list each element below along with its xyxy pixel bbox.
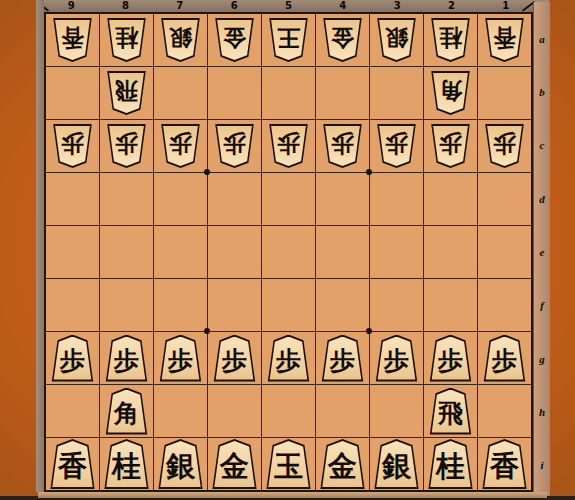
square-9f[interactable] [46,279,99,331]
piece-body: 歩 [431,337,471,380]
square-3i[interactable]: 銀 [370,438,423,490]
piece-body: 桂 [105,441,148,487]
piece-pawn-gote[interactable]: 歩 [106,124,147,168]
file-label-9: 9 [68,1,75,11]
square-4e[interactable] [316,226,369,278]
piece-body: 金 [321,441,364,487]
piece-body: 香 [486,20,523,60]
piece-body: 飛 [108,73,145,113]
piece-pawn-gote[interactable]: 歩 [214,124,255,168]
rank-label-a: a [539,33,545,45]
square-3c[interactable]: 歩 [370,120,423,172]
piece-rook-gote[interactable]: 飛 [106,71,147,115]
square-1d[interactable] [478,173,531,225]
piece-rook-sente[interactable]: 飛 [429,388,473,435]
piece-gold-sente[interactable]: 金 [319,439,366,489]
piece-silver-gote[interactable]: 銀 [160,18,201,62]
piece-lance-gote[interactable]: 香 [52,18,93,62]
piece-pawn-gote[interactable]: 歩 [430,124,471,168]
square-8g[interactable]: 歩 [100,332,153,384]
square-5c[interactable]: 歩 [262,120,315,172]
square-7b[interactable] [154,67,207,119]
file-label-8: 8 [122,1,129,11]
square-2c[interactable]: 歩 [424,120,477,172]
square-1h[interactable] [478,385,531,437]
piece-kanji: 歩 [114,348,139,373]
square-7a[interactable]: 銀 [154,14,207,66]
piece-body: 歩 [323,337,363,380]
piece-kanji: 桂 [115,26,138,49]
piece-pawn-sente[interactable]: 歩 [429,335,473,382]
piece-kanji: 歩 [438,348,463,373]
piece-kanji: 香 [61,26,84,49]
square-9g[interactable]: 歩 [46,332,99,384]
rank-label-g: g [539,353,545,365]
square-4h[interactable] [316,385,369,437]
piece-gold-sente[interactable]: 金 [211,439,258,489]
piece-kanji: 歩 [61,132,84,155]
square-6e[interactable] [208,226,261,278]
square-5a[interactable]: 王 [262,14,315,66]
piece-bishop-gote[interactable]: 角 [430,71,471,115]
square-8c[interactable]: 歩 [100,120,153,172]
piece-kanji: 歩 [330,348,355,373]
square-2i[interactable]: 桂 [424,438,477,490]
piece-body: 銀 [375,441,418,487]
piece-lance-sente[interactable]: 香 [49,439,96,489]
piece-body: 歩 [377,337,417,380]
piece-kanji: 歩 [169,132,192,155]
square-2e[interactable] [424,226,477,278]
rank-labels: abcdefghi [534,12,550,492]
square-1f[interactable] [478,279,531,331]
piece-kanji: 香 [493,26,516,49]
square-8e[interactable] [100,226,153,278]
square-6g[interactable]: 歩 [208,332,261,384]
square-5b[interactable] [262,67,315,119]
piece-lance-sente[interactable]: 香 [481,439,528,489]
square-6c[interactable]: 歩 [208,120,261,172]
square-1g[interactable]: 歩 [478,332,531,384]
board-grid: 香桂銀金王金銀桂香飛角歩歩歩歩歩歩歩歩歩歩歩歩歩歩歩歩歩歩角飛香桂銀金玉金銀桂香 [44,12,533,492]
square-9d[interactable] [46,173,99,225]
piece-body: 歩 [107,337,147,380]
board-surface: 香桂銀金王金銀桂香飛角歩歩歩歩歩歩歩歩歩歩歩歩歩歩歩歩歩歩角飛香桂銀金玉金銀桂香 [44,12,533,492]
square-5i[interactable]: 玉 [262,438,315,490]
piece-kanji: 歩 [331,132,354,155]
square-3a[interactable]: 銀 [370,14,423,66]
piece-pawn-sente[interactable]: 歩 [267,335,311,382]
square-4b[interactable] [316,67,369,119]
piece-body: 歩 [378,126,415,166]
piece-body: 歩 [486,126,523,166]
piece-kanji: 飛 [438,401,463,426]
file-label-6: 6 [231,1,238,11]
square-6d[interactable] [208,173,261,225]
piece-body: 歩 [270,126,307,166]
square-7e[interactable] [154,226,207,278]
piece-pawn-sente[interactable]: 歩 [105,335,149,382]
piece-kanji: 歩 [276,348,301,373]
file-label-5: 5 [285,1,292,11]
square-9a[interactable]: 香 [46,14,99,66]
piece-pawn-sente[interactable]: 歩 [213,335,257,382]
piece-kanji: 金 [328,452,357,481]
piece-body: 飛 [431,390,471,433]
piece-bishop-sente[interactable]: 角 [105,388,149,435]
piece-gold-gote[interactable]: 金 [322,18,363,62]
board-bottom-edge [38,492,547,498]
piece-pawn-gote[interactable]: 歩 [160,124,201,168]
square-2d[interactable] [424,173,477,225]
file-labels: 987654321 [44,0,533,12]
piece-body: 王 [270,20,307,60]
rank-label-f: f [540,299,544,311]
square-4g[interactable]: 歩 [316,332,369,384]
board-left-edge [36,0,44,492]
piece-kanji: 歩 [168,348,193,373]
piece-pawn-gote[interactable]: 歩 [52,124,93,168]
square-5f[interactable] [262,279,315,331]
square-6a[interactable]: 金 [208,14,261,66]
square-8h[interactable]: 角 [100,385,153,437]
piece-lance-gote[interactable]: 香 [484,18,525,62]
piece-kanji: 玉 [274,452,303,481]
piece-body: 歩 [432,126,469,166]
square-7d[interactable] [154,173,207,225]
piece-kanji: 香 [490,452,519,481]
square-7h[interactable] [154,385,207,437]
piece-body: 歩 [162,126,199,166]
piece-pawn-sente[interactable]: 歩 [51,335,95,382]
piece-knight-sente[interactable]: 桂 [103,439,150,489]
piece-pawn-sente[interactable]: 歩 [375,335,419,382]
piece-kanji: 銀 [382,452,411,481]
square-9b[interactable] [46,67,99,119]
piece-kanji: 金 [220,452,249,481]
square-6b[interactable] [208,67,261,119]
square-8i[interactable]: 桂 [100,438,153,490]
piece-body: 玉 [267,441,310,487]
square-2h[interactable]: 飛 [424,385,477,437]
square-3h[interactable] [370,385,423,437]
piece-body: 金 [216,20,253,60]
piece-kanji: 飛 [115,79,138,102]
square-4a[interactable]: 金 [316,14,369,66]
piece-kanji: 香 [58,452,87,481]
piece-kanji: 歩 [223,132,246,155]
piece-kanji: 銀 [166,452,195,481]
piece-kanji: 角 [439,79,462,102]
piece-kanji: 歩 [439,132,462,155]
square-2b[interactable]: 角 [424,67,477,119]
piece-silver-sente[interactable]: 銀 [373,439,420,489]
piece-king-gote[interactable]: 王 [268,18,309,62]
rank-label-e: e [540,246,545,258]
piece-pawn-sente[interactable]: 歩 [483,335,527,382]
square-7i[interactable]: 銀 [154,438,207,490]
file-label-1: 1 [502,1,509,11]
square-9h[interactable] [46,385,99,437]
piece-body: 歩 [54,126,91,166]
piece-body: 銀 [159,441,202,487]
rank-label-d: d [539,193,545,205]
piece-knight-gote[interactable]: 桂 [430,18,471,62]
piece-pawn-sente[interactable]: 歩 [321,335,365,382]
file-label-3: 3 [394,1,401,11]
square-1b[interactable] [478,67,531,119]
piece-kanji: 王 [277,26,300,49]
square-1c[interactable]: 歩 [478,120,531,172]
square-1e[interactable] [478,226,531,278]
square-3f[interactable] [370,279,423,331]
square-2f[interactable] [424,279,477,331]
square-6h[interactable] [208,385,261,437]
square-3g[interactable]: 歩 [370,332,423,384]
square-7c[interactable]: 歩 [154,120,207,172]
square-7f[interactable] [154,279,207,331]
square-3b[interactable] [370,67,423,119]
square-6f[interactable] [208,279,261,331]
piece-body: 金 [324,20,361,60]
square-6i[interactable]: 金 [208,438,261,490]
piece-body: 香 [483,441,526,487]
square-8a[interactable]: 桂 [100,14,153,66]
square-1a[interactable]: 香 [478,14,531,66]
piece-body: 香 [54,20,91,60]
square-9c[interactable]: 歩 [46,120,99,172]
square-5h[interactable] [262,385,315,437]
piece-pawn-gote[interactable]: 歩 [376,124,417,168]
piece-knight-sente[interactable]: 桂 [427,439,474,489]
board-top-edge: 987654321 [36,0,549,12]
piece-kanji: 歩 [384,348,409,373]
piece-pawn-sente[interactable]: 歩 [159,335,203,382]
file-label-4: 4 [339,1,346,11]
piece-body: 歩 [216,126,253,166]
rank-label-h: h [539,406,545,418]
piece-body: 角 [107,390,147,433]
piece-kanji: 歩 [493,132,516,155]
piece-body: 桂 [432,20,469,60]
piece-kanji: 金 [331,26,354,49]
shogi-app: 987654321 香桂銀金王金銀桂香飛角歩歩歩歩歩歩歩歩歩歩歩歩歩歩歩歩歩歩角… [0,0,575,500]
piece-kanji: 歩 [222,348,247,373]
piece-body: 銀 [378,20,415,60]
piece-kanji: 角 [114,401,139,426]
piece-body: 歩 [324,126,361,166]
square-4d[interactable] [316,173,369,225]
piece-kanji: 金 [223,26,246,49]
shogi-board: 987654321 香桂銀金王金銀桂香飛角歩歩歩歩歩歩歩歩歩歩歩歩歩歩歩歩歩歩角… [36,0,549,498]
square-5g[interactable]: 歩 [262,332,315,384]
square-1i[interactable]: 香 [478,438,531,490]
piece-body: 桂 [108,20,145,60]
piece-kanji: 歩 [60,348,85,373]
file-label-2: 2 [448,1,455,11]
file-label-7: 7 [176,1,183,11]
square-3e[interactable] [370,226,423,278]
piece-body: 銀 [162,20,199,60]
piece-kanji: 歩 [277,132,300,155]
piece-body: 歩 [108,126,145,166]
piece-kanji: 歩 [115,132,138,155]
square-3d[interactable] [370,173,423,225]
piece-body: 歩 [485,337,525,380]
piece-king-sente[interactable]: 玉 [265,439,312,489]
square-4i[interactable]: 金 [316,438,369,490]
piece-gold-gote[interactable]: 金 [214,18,255,62]
piece-body: 歩 [53,337,93,380]
piece-kanji: 桂 [436,452,465,481]
piece-knight-gote[interactable]: 桂 [106,18,147,62]
square-4c[interactable]: 歩 [316,120,369,172]
square-7g[interactable]: 歩 [154,332,207,384]
square-8f[interactable] [100,279,153,331]
square-8d[interactable] [100,173,153,225]
square-9e[interactable] [46,226,99,278]
piece-silver-sente[interactable]: 銀 [157,439,204,489]
square-4f[interactable] [316,279,369,331]
piece-kanji: 歩 [385,132,408,155]
piece-body: 香 [51,441,94,487]
piece-body: 歩 [269,337,309,380]
board-right-edge: abcdefghi [533,2,550,496]
square-5e[interactable] [262,226,315,278]
piece-pawn-gote[interactable]: 歩 [322,124,363,168]
piece-kanji: 銀 [169,26,192,49]
piece-kanji: 桂 [439,26,462,49]
square-5d[interactable] [262,173,315,225]
piece-kanji: 桂 [112,452,141,481]
piece-kanji: 銀 [385,26,408,49]
piece-pawn-gote[interactable]: 歩 [484,124,525,168]
piece-body: 歩 [161,337,201,380]
piece-body: 歩 [215,337,255,380]
rank-label-c: c [540,139,545,151]
piece-silver-gote[interactable]: 銀 [376,18,417,62]
square-2a[interactable]: 桂 [424,14,477,66]
square-9i[interactable]: 香 [46,438,99,490]
piece-body: 角 [432,73,469,113]
square-8b[interactable]: 飛 [100,67,153,119]
rank-label-b: b [539,86,545,98]
piece-kanji: 歩 [492,348,517,373]
rank-label-i: i [540,459,543,471]
piece-pawn-gote[interactable]: 歩 [268,124,309,168]
piece-body: 桂 [429,441,472,487]
square-2g[interactable]: 歩 [424,332,477,384]
piece-body: 金 [213,441,256,487]
